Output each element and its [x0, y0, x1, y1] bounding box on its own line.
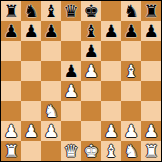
square-a1[interactable]: ♜	[1, 141, 21, 161]
piece-black-rook[interactable]: ♜	[143, 1, 158, 21]
square-d6[interactable]	[61, 41, 81, 61]
square-d8[interactable]: ♛	[61, 1, 81, 21]
square-c4[interactable]	[41, 81, 61, 101]
square-e6[interactable]: ♟	[81, 41, 101, 61]
square-f6[interactable]	[101, 41, 121, 61]
square-e2[interactable]	[81, 121, 101, 141]
square-c6[interactable]	[41, 41, 61, 61]
piece-white-pawn[interactable]: ♟	[3, 121, 18, 141]
square-e4[interactable]	[81, 81, 101, 101]
square-e1[interactable]: ♚	[81, 141, 101, 161]
square-c8[interactable]: ♝	[41, 1, 61, 21]
square-g1[interactable]: ♞	[121, 141, 141, 161]
square-g6[interactable]	[121, 41, 141, 61]
square-b4[interactable]	[21, 81, 41, 101]
square-f8[interactable]	[101, 1, 121, 21]
piece-black-pawn[interactable]: ♟	[83, 41, 98, 61]
square-h2[interactable]: ♟	[141, 121, 161, 141]
piece-white-bishop[interactable]: ♝	[103, 141, 118, 161]
square-d2[interactable]	[61, 121, 81, 141]
piece-white-pawn[interactable]: ♟	[63, 81, 78, 101]
square-c5[interactable]	[41, 61, 61, 81]
square-f4[interactable]	[101, 81, 121, 101]
piece-white-bishop[interactable]: ♝	[123, 61, 138, 81]
piece-white-pawn[interactable]: ♟	[43, 121, 58, 141]
square-b3[interactable]	[21, 101, 41, 121]
square-a4[interactable]	[1, 81, 21, 101]
square-d7[interactable]	[61, 21, 81, 41]
square-h5[interactable]	[141, 61, 161, 81]
piece-white-rook[interactable]: ♜	[143, 141, 158, 161]
piece-white-rook[interactable]: ♜	[3, 141, 18, 161]
square-a3[interactable]	[1, 101, 21, 121]
piece-white-pawn[interactable]: ♟	[103, 121, 118, 141]
square-b5[interactable]	[21, 61, 41, 81]
square-d1[interactable]: ♛	[61, 141, 81, 161]
square-f7[interactable]: ♟	[101, 21, 121, 41]
piece-black-rook[interactable]: ♜	[3, 1, 18, 21]
piece-black-bishop[interactable]: ♝	[43, 1, 58, 21]
piece-black-pawn[interactable]: ♟	[3, 21, 18, 41]
square-f3[interactable]	[101, 101, 121, 121]
square-c3[interactable]: ♞	[41, 101, 61, 121]
square-g2[interactable]: ♟	[121, 121, 141, 141]
square-d5[interactable]: ♟	[61, 61, 81, 81]
square-e8[interactable]: ♚	[81, 1, 101, 21]
square-g3[interactable]	[121, 101, 141, 121]
piece-black-pawn[interactable]: ♟	[43, 21, 58, 41]
piece-white-knight[interactable]: ♞	[43, 101, 58, 121]
piece-black-pawn[interactable]: ♟	[143, 21, 158, 41]
square-e5[interactable]: ♟	[81, 61, 101, 81]
piece-black-pawn[interactable]: ♟	[23, 21, 38, 41]
square-d4[interactable]: ♟	[61, 81, 81, 101]
square-g4[interactable]	[121, 81, 141, 101]
piece-white-king[interactable]: ♚	[83, 141, 98, 161]
piece-black-king[interactable]: ♚	[83, 1, 98, 21]
piece-white-pawn[interactable]: ♟	[83, 61, 98, 81]
square-f1[interactable]: ♝	[101, 141, 121, 161]
piece-black-bishop[interactable]: ♝	[83, 21, 98, 41]
piece-black-queen[interactable]: ♛	[63, 1, 78, 21]
square-h7[interactable]: ♟	[141, 21, 161, 41]
square-e7[interactable]: ♝	[81, 21, 101, 41]
piece-black-pawn[interactable]: ♟	[63, 61, 78, 81]
piece-black-knight[interactable]: ♞	[123, 1, 138, 21]
square-g5[interactable]: ♝	[121, 61, 141, 81]
square-b8[interactable]: ♞	[21, 1, 41, 21]
square-f5[interactable]	[101, 61, 121, 81]
square-f2[interactable]: ♟	[101, 121, 121, 141]
square-c1[interactable]	[41, 141, 61, 161]
square-b1[interactable]	[21, 141, 41, 161]
square-c2[interactable]: ♟	[41, 121, 61, 141]
piece-black-knight[interactable]: ♞	[23, 1, 38, 21]
piece-black-pawn[interactable]: ♟	[103, 21, 118, 41]
square-h8[interactable]: ♜	[141, 1, 161, 21]
square-h3[interactable]	[141, 101, 161, 121]
square-a8[interactable]: ♜	[1, 1, 21, 21]
square-c7[interactable]: ♟	[41, 21, 61, 41]
square-e3[interactable]	[81, 101, 101, 121]
square-b6[interactable]	[21, 41, 41, 61]
piece-white-knight[interactable]: ♞	[123, 141, 138, 161]
square-h4[interactable]	[141, 81, 161, 101]
square-a5[interactable]	[1, 61, 21, 81]
piece-white-queen[interactable]: ♛	[63, 141, 78, 161]
square-h6[interactable]	[141, 41, 161, 61]
square-g8[interactable]: ♞	[121, 1, 141, 21]
piece-white-pawn[interactable]: ♟	[143, 121, 158, 141]
piece-white-pawn[interactable]: ♟	[123, 121, 138, 141]
square-g7[interactable]: ♟	[121, 21, 141, 41]
square-a7[interactable]: ♟	[1, 21, 21, 41]
square-b7[interactable]: ♟	[21, 21, 41, 41]
square-h1[interactable]: ♜	[141, 141, 161, 161]
square-b2[interactable]: ♟	[21, 121, 41, 141]
chess-board: ♜♞♝♛♚♞♜♟♟♟♝♟♟♟♟♟♟♝♟♞♟♟♟♟♟♟♜♛♚♝♞♜	[0, 0, 162, 162]
square-a6[interactable]	[1, 41, 21, 61]
square-d3[interactable]	[61, 101, 81, 121]
piece-black-pawn[interactable]: ♟	[123, 21, 138, 41]
piece-white-pawn[interactable]: ♟	[23, 121, 38, 141]
square-a2[interactable]: ♟	[1, 121, 21, 141]
